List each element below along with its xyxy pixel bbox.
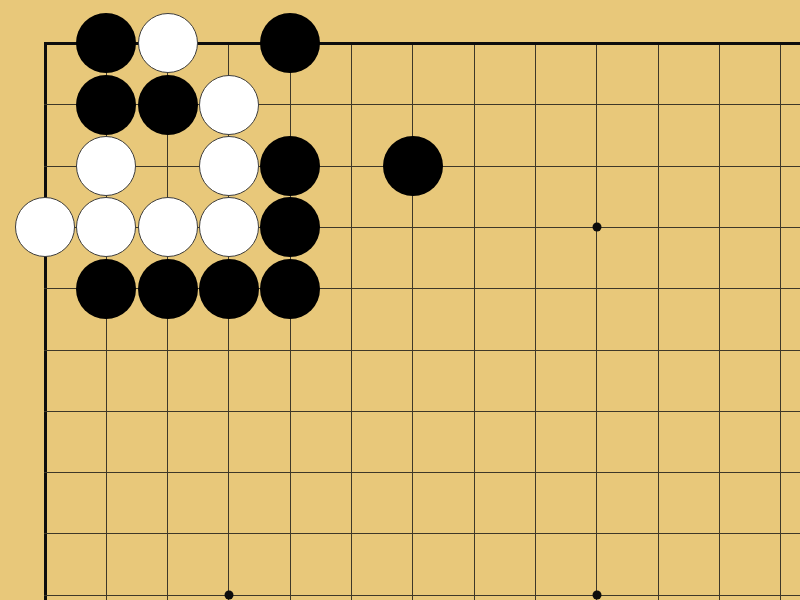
go-board[interactable] [0,0,800,600]
black-stone [76,75,136,135]
black-stone [383,136,443,196]
white-stone [76,136,136,196]
black-stone [76,13,136,73]
black-stone [76,259,136,319]
white-stone [199,136,259,196]
black-stone [260,136,320,196]
black-stone [260,13,320,73]
black-stone [199,259,259,319]
white-stone [138,13,198,73]
white-stone [76,197,136,257]
white-stone [199,75,259,135]
board-grid[interactable] [14,13,800,600]
white-stone [199,197,259,257]
black-stone [138,75,198,135]
black-stone [138,259,198,319]
white-stone [15,197,75,257]
black-stone [260,259,320,319]
black-stone [260,197,320,257]
white-stone [138,197,198,257]
